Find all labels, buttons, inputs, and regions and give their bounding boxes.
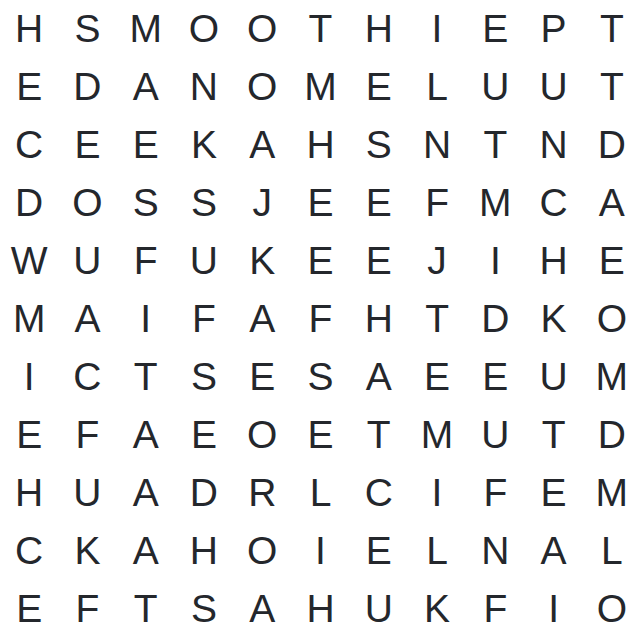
grid-cell[interactable]: F [58, 579, 116, 637]
grid-cell[interactable]: R [233, 463, 291, 521]
grid-cell[interactable]: H [291, 116, 349, 174]
grid-cell[interactable]: A [350, 347, 408, 405]
grid-cell[interactable]: U [466, 58, 524, 116]
grid-cell[interactable]: H [350, 290, 408, 348]
grid-cell[interactable]: D [583, 405, 641, 463]
grid-cell[interactable]: O [233, 0, 291, 58]
grid-cell[interactable]: M [408, 405, 466, 463]
grid-cell[interactable]: U [524, 58, 582, 116]
grid-cell[interactable]: T [583, 58, 641, 116]
grid-cell[interactable]: M [0, 290, 58, 348]
grid-cell[interactable]: O [175, 0, 233, 58]
grid-cell[interactable]: F [291, 290, 349, 348]
grid-cell[interactable]: D [58, 58, 116, 116]
grid-cell[interactable]: A [117, 521, 175, 579]
grid-cell[interactable]: A [117, 58, 175, 116]
grid-cell[interactable]: N [175, 58, 233, 116]
grid-cell[interactable]: E [291, 405, 349, 463]
grid-cell[interactable]: D [175, 463, 233, 521]
grid-cell[interactable]: P [524, 0, 582, 58]
grid-cell[interactable]: U [350, 579, 408, 637]
grid-cell[interactable]: L [291, 463, 349, 521]
grid-cell[interactable]: E [0, 58, 58, 116]
grid-cell[interactable]: I [408, 463, 466, 521]
grid-cell[interactable]: W [0, 232, 58, 290]
grid-cell[interactable]: J [233, 174, 291, 232]
grid-cell[interactable]: A [117, 463, 175, 521]
grid-cell[interactable]: C [0, 116, 58, 174]
grid-cell[interactable]: O [233, 521, 291, 579]
grid-cell[interactable]: S [58, 0, 116, 58]
grid-cell[interactable]: F [466, 579, 524, 637]
grid-cell[interactable]: E [583, 232, 641, 290]
grid-cell[interactable]: S [291, 347, 349, 405]
grid-cell[interactable]: M [117, 0, 175, 58]
grid-cell[interactable]: T [524, 405, 582, 463]
grid-cell[interactable]: I [524, 579, 582, 637]
grid-cell[interactable]: S [350, 116, 408, 174]
grid-cell[interactable]: I [0, 347, 58, 405]
grid-cell[interactable]: K [408, 579, 466, 637]
grid-cell[interactable]: L [583, 521, 641, 579]
grid-cell[interactable]: N [466, 521, 524, 579]
grid-cell[interactable]: H [0, 463, 58, 521]
grid-cell[interactable]: K [233, 232, 291, 290]
grid-cell[interactable]: A [233, 116, 291, 174]
grid-cell[interactable]: I [466, 232, 524, 290]
grid-cell[interactable]: F [117, 232, 175, 290]
grid-cell[interactable]: E [117, 116, 175, 174]
grid-cell[interactable]: K [524, 290, 582, 348]
grid-cell[interactable]: E [233, 347, 291, 405]
grid-cell[interactable]: E [58, 116, 116, 174]
grid-cell[interactable]: U [175, 232, 233, 290]
grid-cell[interactable]: S [175, 347, 233, 405]
grid-cell[interactable]: T [117, 347, 175, 405]
grid-cell[interactable]: E [524, 463, 582, 521]
grid-cell[interactable]: T [350, 405, 408, 463]
grid-cell[interactable]: A [233, 290, 291, 348]
grid-cell[interactable]: E [175, 405, 233, 463]
grid-cell[interactable]: T [117, 579, 175, 637]
word-search-page: HSMOOTHIEPTEDANOMELUUTCEEKAHSNTNDDOSSJEE… [0, 0, 641, 637]
grid-cell[interactable]: E [466, 347, 524, 405]
grid-cell[interactable]: U [58, 463, 116, 521]
grid-cell[interactable]: E [291, 232, 349, 290]
grid-cell[interactable]: O [233, 58, 291, 116]
grid-cell[interactable]: K [175, 116, 233, 174]
grid-cell[interactable]: U [466, 405, 524, 463]
grid-cell[interactable]: F [408, 174, 466, 232]
grid-cell[interactable]: O [583, 579, 641, 637]
grid-cell[interactable]: S [175, 579, 233, 637]
grid-cell[interactable]: O [58, 174, 116, 232]
grid-cell[interactable]: H [291, 579, 349, 637]
grid-cell[interactable]: O [233, 405, 291, 463]
grid-cell[interactable]: H [0, 0, 58, 58]
grid-cell[interactable]: D [583, 116, 641, 174]
grid-cell[interactable]: A [583, 174, 641, 232]
grid-cell[interactable]: E [0, 579, 58, 637]
grid-cell[interactable]: C [350, 463, 408, 521]
grid-cell[interactable]: K [58, 521, 116, 579]
grid-cell[interactable]: F [58, 405, 116, 463]
grid-cell[interactable]: H [350, 0, 408, 58]
grid-cell[interactable]: A [233, 579, 291, 637]
grid-cell[interactable]: D [0, 174, 58, 232]
grid-cell[interactable]: U [524, 347, 582, 405]
grid-cell[interactable]: E [350, 174, 408, 232]
grid-cell[interactable]: M [583, 463, 641, 521]
grid-cell[interactable]: N [524, 116, 582, 174]
grid-cell[interactable]: T [408, 290, 466, 348]
grid-cell[interactable]: E [0, 405, 58, 463]
grid-cell[interactable]: J [408, 232, 466, 290]
grid-cell[interactable]: C [0, 521, 58, 579]
grid-cell[interactable]: L [408, 521, 466, 579]
grid-cell[interactable]: E [291, 174, 349, 232]
grid-cell[interactable]: C [58, 347, 116, 405]
grid-cell[interactable]: D [466, 290, 524, 348]
grid-cell[interactable]: E [350, 521, 408, 579]
grid-cell[interactable]: I [408, 0, 466, 58]
grid-cell[interactable]: T [291, 0, 349, 58]
grid-cell[interactable]: A [524, 521, 582, 579]
grid-cell[interactable]: F [175, 290, 233, 348]
grid-cell[interactable]: M [466, 174, 524, 232]
grid-cell[interactable]: U [58, 232, 116, 290]
grid-cell[interactable]: S [117, 174, 175, 232]
grid-cell[interactable]: H [175, 521, 233, 579]
grid-cell[interactable]: I [291, 521, 349, 579]
word-search-grid: HSMOOTHIEPTEDANOMELUUTCEEKAHSNTNDDOSSJEE… [0, 0, 641, 637]
grid-cell[interactable]: O [583, 290, 641, 348]
grid-cell[interactable]: N [408, 116, 466, 174]
grid-cell[interactable]: A [117, 405, 175, 463]
grid-cell[interactable]: T [583, 0, 641, 58]
grid-cell[interactable]: I [117, 290, 175, 348]
grid-cell[interactable]: H [524, 232, 582, 290]
grid-cell[interactable]: E [350, 58, 408, 116]
grid-cell[interactable]: M [583, 347, 641, 405]
grid-cell[interactable]: E [408, 347, 466, 405]
grid-cell[interactable]: C [524, 174, 582, 232]
grid-cell[interactable]: M [291, 58, 349, 116]
grid-cell[interactable]: F [466, 463, 524, 521]
grid-cell[interactable]: E [350, 232, 408, 290]
grid-cell[interactable]: A [58, 290, 116, 348]
grid-cell[interactable]: E [466, 0, 524, 58]
grid-cell[interactable]: T [466, 116, 524, 174]
grid-cell[interactable]: S [175, 174, 233, 232]
grid-cell[interactable]: L [408, 58, 466, 116]
